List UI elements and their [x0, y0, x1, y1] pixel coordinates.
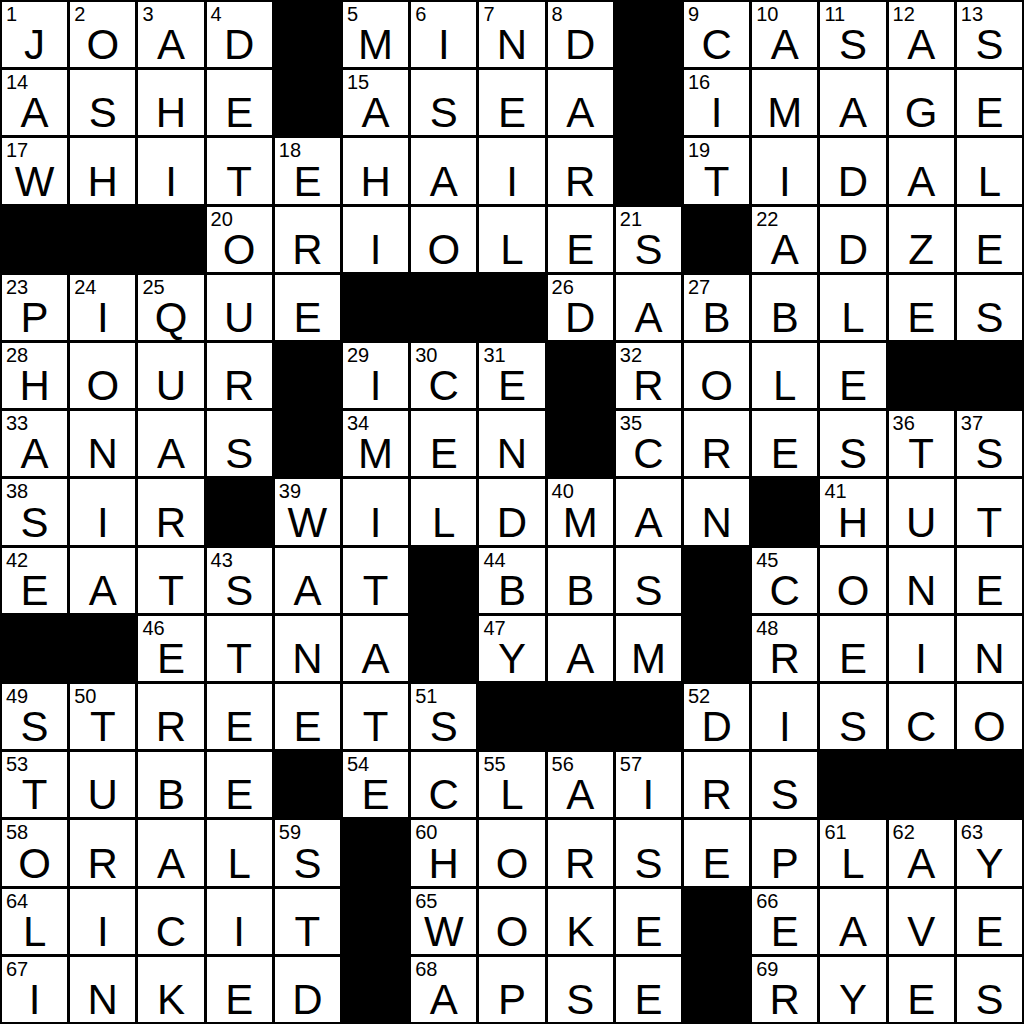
letter-square-r7c8[interactable]: N: [479, 411, 544, 476]
cell-letter: W: [411, 889, 476, 954]
cell-letter: H: [138, 70, 203, 135]
letter-square-r12c11[interactable]: R: [684, 752, 749, 817]
cell-letter: O: [2, 820, 67, 885]
cell-letter: D: [820, 138, 885, 203]
cell-letter: A: [616, 275, 681, 340]
cell-letter: C: [138, 889, 203, 954]
letter-square-r9c2[interactable]: A: [70, 548, 135, 613]
cell-letter: T: [2, 752, 67, 817]
letter-square-r11c14[interactable]: C: [889, 684, 954, 749]
letter-square-r6c11[interactable]: O: [684, 343, 749, 408]
letter-square-r6c3[interactable]: U: [138, 343, 203, 408]
cell-letter: B: [752, 275, 817, 340]
cell-letter: S: [2, 684, 67, 749]
cell-letter: R: [684, 411, 749, 476]
letter-square-r4c15[interactable]: E: [957, 207, 1022, 272]
cell-letter: P: [752, 820, 817, 885]
letter-square-r14c10[interactable]: E: [616, 889, 681, 954]
letter-square-r13c9[interactable]: R: [548, 820, 613, 885]
letter-square-r2c8[interactable]: E: [479, 70, 544, 135]
letter-square-r3c8[interactable]: I: [479, 138, 544, 203]
cell-letter: H: [820, 479, 885, 544]
cell-letter: E: [957, 70, 1022, 135]
letter-square-r6c2[interactable]: O: [70, 343, 135, 408]
letter-square-r5c15[interactable]: S: [957, 275, 1022, 340]
letter-square-r2c14[interactable]: G: [889, 70, 954, 135]
cell-letter: B: [479, 548, 544, 613]
cell-letter: S: [957, 411, 1022, 476]
letter-square-r10c8[interactable]: 47Y: [479, 616, 544, 681]
cell-letter: I: [343, 343, 408, 408]
letter-square-r6c12[interactable]: L: [752, 343, 817, 408]
cell-letter: Y: [957, 820, 1022, 885]
letter-square-r9c4[interactable]: 43S: [207, 548, 272, 613]
letter-square-r1c12[interactable]: 10A: [752, 2, 817, 67]
letter-square-r14c3[interactable]: C: [138, 889, 203, 954]
cell-letter: E: [889, 275, 954, 340]
letter-square-r5c4[interactable]: U: [207, 275, 272, 340]
letter-square-r14c9[interactable]: K: [548, 889, 613, 954]
cell-letter: D: [275, 957, 340, 1022]
cell-letter: E: [275, 275, 340, 340]
cell-letter: H: [411, 820, 476, 885]
letter-square-r15c8[interactable]: P: [479, 957, 544, 1022]
cell-letter: A: [616, 479, 681, 544]
letter-square-r9c10[interactable]: S: [616, 548, 681, 613]
cell-letter: I: [2, 957, 67, 1022]
letter-square-r1c8[interactable]: 7N: [479, 2, 544, 67]
letter-square-r11c6[interactable]: T: [343, 684, 408, 749]
cell-letter: I: [343, 207, 408, 272]
cell-letter: N: [70, 957, 135, 1022]
letter-square-r2c11[interactable]: 16I: [684, 70, 749, 135]
letter-square-r3c14[interactable]: A: [889, 138, 954, 203]
letter-square-r13c7[interactable]: 60H: [411, 820, 476, 885]
cell-letter: A: [343, 616, 408, 681]
cell-letter: L: [479, 207, 544, 272]
letter-square-r15c10[interactable]: E: [616, 957, 681, 1022]
letter-square-r9c1[interactable]: 42E: [2, 548, 67, 613]
letter-square-r8c7[interactable]: L: [411, 479, 476, 544]
cell-letter: B: [684, 275, 749, 340]
black-square: [684, 207, 749, 272]
letter-square-r4c14[interactable]: Z: [889, 207, 954, 272]
letter-square-r10c4[interactable]: T: [207, 616, 272, 681]
letter-square-r8c2[interactable]: I: [70, 479, 135, 544]
letter-square-r3c7[interactable]: A: [411, 138, 476, 203]
cell-letter: D: [684, 684, 749, 749]
letter-square-r8c9[interactable]: 40M: [548, 479, 613, 544]
black-square: [548, 343, 613, 408]
black-square: [616, 684, 681, 749]
letter-square-r13c4[interactable]: L: [207, 820, 272, 885]
cell-letter: E: [275, 684, 340, 749]
letter-square-r11c15[interactable]: O: [957, 684, 1022, 749]
letter-square-r11c7[interactable]: 51S: [411, 684, 476, 749]
cell-letter: C: [411, 752, 476, 817]
cell-letter: R: [752, 957, 817, 1022]
letter-square-r15c5[interactable]: D: [275, 957, 340, 1022]
letter-square-r15c13[interactable]: Y: [820, 957, 885, 1022]
cell-letter: D: [548, 2, 613, 67]
black-square: [479, 275, 544, 340]
letter-square-r4c9[interactable]: E: [548, 207, 613, 272]
cell-letter: A: [2, 70, 67, 135]
letter-square-r4c8[interactable]: L: [479, 207, 544, 272]
letter-square-r12c1[interactable]: 53T: [2, 752, 67, 817]
letter-square-r9c5[interactable]: A: [275, 548, 340, 613]
letter-square-r4c5[interactable]: R: [275, 207, 340, 272]
letter-square-r5c5[interactable]: E: [275, 275, 340, 340]
letter-square-r2c13[interactable]: A: [820, 70, 885, 135]
letter-square-r2c15[interactable]: E: [957, 70, 1022, 135]
cell-letter: I: [207, 889, 272, 954]
cell-letter: N: [957, 616, 1022, 681]
letter-square-r12c12[interactable]: S: [752, 752, 817, 817]
letter-square-r10c13[interactable]: E: [820, 616, 885, 681]
letter-square-r3c4[interactable]: T: [207, 138, 272, 203]
letter-square-r6c1[interactable]: 28H: [2, 343, 67, 408]
letter-square-r3c5[interactable]: 18E: [275, 138, 340, 203]
letter-square-r10c12[interactable]: 48R: [752, 616, 817, 681]
cell-letter: J: [2, 2, 67, 67]
cell-letter: O: [957, 684, 1022, 749]
letter-square-r7c12[interactable]: E: [752, 411, 817, 476]
cell-letter: H: [343, 138, 408, 203]
letter-square-r1c13[interactable]: 11S: [820, 2, 885, 67]
black-square: [752, 479, 817, 544]
cell-letter: N: [479, 411, 544, 476]
cell-letter: I: [70, 479, 135, 544]
cell-letter: B: [548, 548, 613, 613]
cell-letter: I: [684, 70, 749, 135]
cell-letter: R: [752, 616, 817, 681]
cell-letter: O: [820, 548, 885, 613]
letter-square-r15c14[interactable]: E: [889, 957, 954, 1022]
cell-letter: O: [411, 207, 476, 272]
letter-square-r13c10[interactable]: S: [616, 820, 681, 885]
cell-letter: S: [411, 684, 476, 749]
letter-square-r12c3[interactable]: B: [138, 752, 203, 817]
cell-letter: E: [616, 889, 681, 954]
letter-square-r3c6[interactable]: H: [343, 138, 408, 203]
letter-square-r14c14[interactable]: V: [889, 889, 954, 954]
letter-square-r12c10[interactable]: 57I: [616, 752, 681, 817]
letter-square-r7c6[interactable]: 34M: [343, 411, 408, 476]
letter-square-r9c8[interactable]: 44B: [479, 548, 544, 613]
letter-square-r9c3[interactable]: T: [138, 548, 203, 613]
cell-letter: W: [2, 138, 67, 203]
black-square: [275, 2, 340, 67]
cell-letter: I: [411, 2, 476, 67]
letter-square-r2c6[interactable]: 15A: [343, 70, 408, 135]
letter-square-r11c11[interactable]: 52D: [684, 684, 749, 749]
letter-square-r13c8[interactable]: O: [479, 820, 544, 885]
letter-square-r5c11[interactable]: 27B: [684, 275, 749, 340]
cell-letter: E: [207, 70, 272, 135]
cell-letter: R: [138, 479, 203, 544]
letter-square-r6c6[interactable]: 29I: [343, 343, 408, 408]
cell-letter: I: [70, 889, 135, 954]
letter-square-r13c2[interactable]: R: [70, 820, 135, 885]
letter-square-r4c6[interactable]: I: [343, 207, 408, 272]
letter-square-r8c11[interactable]: N: [684, 479, 749, 544]
letter-square-r1c6[interactable]: 5M: [343, 2, 408, 67]
letter-square-r15c1[interactable]: 67I: [2, 957, 67, 1022]
cell-letter: C: [684, 2, 749, 67]
letter-square-r1c15[interactable]: 13S: [957, 2, 1022, 67]
letter-square-r10c15[interactable]: N: [957, 616, 1022, 681]
cell-letter: T: [343, 684, 408, 749]
cell-letter: S: [957, 2, 1022, 67]
letter-square-r5c13[interactable]: L: [820, 275, 885, 340]
letter-square-r3c15[interactable]: L: [957, 138, 1022, 203]
letter-square-r11c2[interactable]: 50T: [70, 684, 135, 749]
letter-square-r7c2[interactable]: N: [70, 411, 135, 476]
letter-square-r1c3[interactable]: 3A: [138, 2, 203, 67]
letter-square-r8c3[interactable]: R: [138, 479, 203, 544]
letter-square-r12c7[interactable]: C: [411, 752, 476, 817]
letter-square-r6c10[interactable]: 32R: [616, 343, 681, 408]
letter-square-r8c14[interactable]: U: [889, 479, 954, 544]
letter-square-r12c8[interactable]: 55L: [479, 752, 544, 817]
cell-letter: U: [138, 343, 203, 408]
letter-square-r13c12[interactable]: P: [752, 820, 817, 885]
cell-letter: D: [207, 2, 272, 67]
letter-square-r10c6[interactable]: A: [343, 616, 408, 681]
letter-square-r15c12[interactable]: 69R: [752, 957, 817, 1022]
cell-letter: T: [275, 889, 340, 954]
cell-letter: S: [957, 275, 1022, 340]
letter-square-r1c4[interactable]: 4D: [207, 2, 272, 67]
letter-square-r2c1[interactable]: 14A: [2, 70, 67, 135]
letter-square-r7c11[interactable]: R: [684, 411, 749, 476]
letter-square-r3c13[interactable]: D: [820, 138, 885, 203]
letter-square-r3c9[interactable]: R: [548, 138, 613, 203]
letter-square-r15c2[interactable]: N: [70, 957, 135, 1022]
black-square: [479, 684, 544, 749]
cell-letter: E: [752, 411, 817, 476]
letter-square-r1c14[interactable]: 12A: [889, 2, 954, 67]
letter-square-r7c1[interactable]: 33A: [2, 411, 67, 476]
black-square: [684, 616, 749, 681]
cell-letter: S: [70, 70, 135, 135]
letter-square-r15c4[interactable]: E: [207, 957, 272, 1022]
cell-letter: A: [275, 548, 340, 613]
letter-square-r2c2[interactable]: S: [70, 70, 135, 135]
cell-letter: L: [752, 343, 817, 408]
letter-square-r15c9[interactable]: S: [548, 957, 613, 1022]
letter-square-r2c12[interactable]: M: [752, 70, 817, 135]
cell-letter: V: [889, 889, 954, 954]
letter-square-r14c5[interactable]: T: [275, 889, 340, 954]
letter-square-r8c15[interactable]: T: [957, 479, 1022, 544]
letter-square-r3c3[interactable]: I: [138, 138, 203, 203]
letter-square-r8c10[interactable]: A: [616, 479, 681, 544]
letter-square-r14c13[interactable]: A: [820, 889, 885, 954]
letter-square-r7c4[interactable]: S: [207, 411, 272, 476]
letter-square-r12c2[interactable]: U: [70, 752, 135, 817]
cell-letter: S: [411, 70, 476, 135]
black-square: [548, 684, 613, 749]
letter-square-r13c15[interactable]: 63Y: [957, 820, 1022, 885]
letter-square-r5c2[interactable]: 24I: [70, 275, 135, 340]
letter-square-r7c15[interactable]: 37S: [957, 411, 1022, 476]
letter-square-r14c8[interactable]: O: [479, 889, 544, 954]
letter-square-r7c3[interactable]: A: [138, 411, 203, 476]
letter-square-r14c4[interactable]: I: [207, 889, 272, 954]
letter-square-r6c13[interactable]: E: [820, 343, 885, 408]
letter-square-r1c9[interactable]: 8D: [548, 2, 613, 67]
letter-square-r6c4[interactable]: R: [207, 343, 272, 408]
letter-square-r5c9[interactable]: 26D: [548, 275, 613, 340]
letter-square-r10c14[interactable]: I: [889, 616, 954, 681]
cell-letter: P: [2, 275, 67, 340]
cell-letter: I: [752, 684, 817, 749]
letter-square-r15c3[interactable]: K: [138, 957, 203, 1022]
cell-letter: R: [548, 138, 613, 203]
black-square: [2, 616, 67, 681]
letter-square-r10c3[interactable]: 46E: [138, 616, 203, 681]
black-square: [889, 752, 954, 817]
cell-letter: R: [275, 207, 340, 272]
black-square: [616, 70, 681, 135]
letter-square-r8c13[interactable]: 41H: [820, 479, 885, 544]
letter-square-r5c12[interactable]: B: [752, 275, 817, 340]
letter-square-r7c13[interactable]: S: [820, 411, 885, 476]
letter-square-r4c4[interactable]: 20O: [207, 207, 272, 272]
letter-square-r14c1[interactable]: 64L: [2, 889, 67, 954]
letter-square-r3c2[interactable]: H: [70, 138, 135, 203]
cell-letter: D: [820, 207, 885, 272]
letter-square-r5c1[interactable]: 23P: [2, 275, 67, 340]
letter-square-r10c5[interactable]: N: [275, 616, 340, 681]
letter-square-r2c9[interactable]: A: [548, 70, 613, 135]
cell-letter: E: [138, 616, 203, 681]
letter-square-r7c7[interactable]: E: [411, 411, 476, 476]
cell-letter: A: [889, 820, 954, 885]
letter-square-r8c1[interactable]: 38S: [2, 479, 67, 544]
letter-square-r2c3[interactable]: H: [138, 70, 203, 135]
letter-square-r9c14[interactable]: N: [889, 548, 954, 613]
letter-square-r15c15[interactable]: S: [957, 957, 1022, 1022]
letter-square-r11c1[interactable]: 49S: [2, 684, 67, 749]
letter-square-r7c10[interactable]: 35C: [616, 411, 681, 476]
letter-square-r8c5[interactable]: 39W: [275, 479, 340, 544]
cell-letter: Q: [138, 275, 203, 340]
cell-letter: E: [343, 752, 408, 817]
black-square: [343, 820, 408, 885]
cell-letter: A: [343, 70, 408, 135]
letter-square-r13c3[interactable]: A: [138, 820, 203, 885]
letter-square-r7c14[interactable]: 36T: [889, 411, 954, 476]
letter-square-r11c12[interactable]: I: [752, 684, 817, 749]
letter-square-r10c9[interactable]: A: [548, 616, 613, 681]
letter-square-r3c1[interactable]: 17W: [2, 138, 67, 203]
letter-square-r11c3[interactable]: R: [138, 684, 203, 749]
cell-letter: K: [548, 889, 613, 954]
letter-square-r9c6[interactable]: T: [343, 548, 408, 613]
letter-square-r5c10[interactable]: A: [616, 275, 681, 340]
letter-square-r13c5[interactable]: 59S: [275, 820, 340, 885]
letter-square-r5c3[interactable]: 25Q: [138, 275, 203, 340]
cell-letter: S: [820, 2, 885, 67]
cell-letter: R: [548, 820, 613, 885]
letter-square-r15c7[interactable]: 68A: [411, 957, 476, 1022]
letter-square-r1c7[interactable]: 6I: [411, 2, 476, 67]
cell-letter: L: [820, 820, 885, 885]
letter-square-r14c15[interactable]: E: [957, 889, 1022, 954]
letter-square-r12c9[interactable]: 56A: [548, 752, 613, 817]
black-square: [957, 752, 1022, 817]
letter-square-r1c1[interactable]: 1J: [2, 2, 67, 67]
letter-square-r4c13[interactable]: D: [820, 207, 885, 272]
cell-letter: N: [275, 616, 340, 681]
letter-square-r2c4[interactable]: E: [207, 70, 272, 135]
black-square: [343, 889, 408, 954]
letter-square-r13c11[interactable]: E: [684, 820, 749, 885]
cell-letter: E: [957, 548, 1022, 613]
letter-square-r14c2[interactable]: I: [70, 889, 135, 954]
letter-square-r14c7[interactable]: 65W: [411, 889, 476, 954]
letter-square-r6c7[interactable]: 30C: [411, 343, 476, 408]
letter-square-r9c9[interactable]: B: [548, 548, 613, 613]
letter-square-r4c12[interactable]: 22A: [752, 207, 817, 272]
letter-square-r12c6[interactable]: 54E: [343, 752, 408, 817]
letter-square-r1c11[interactable]: 9C: [684, 2, 749, 67]
cell-letter: A: [411, 957, 476, 1022]
letter-square-r10c10[interactable]: M: [616, 616, 681, 681]
letter-square-r12c4[interactable]: E: [207, 752, 272, 817]
letter-square-r4c10[interactable]: 21S: [616, 207, 681, 272]
letter-square-r14c12[interactable]: 66E: [752, 889, 817, 954]
letter-square-r11c5[interactable]: E: [275, 684, 340, 749]
cell-letter: E: [616, 957, 681, 1022]
black-square: [275, 70, 340, 135]
letter-square-r9c13[interactable]: O: [820, 548, 885, 613]
letter-square-r9c15[interactable]: E: [957, 548, 1022, 613]
letter-square-r4c7[interactable]: O: [411, 207, 476, 272]
cell-letter: A: [138, 2, 203, 67]
letter-square-r8c8[interactable]: D: [479, 479, 544, 544]
letter-square-r3c12[interactable]: I: [752, 138, 817, 203]
cell-letter: L: [957, 138, 1022, 203]
cell-letter: Y: [820, 957, 885, 1022]
cell-letter: P: [479, 957, 544, 1022]
cell-letter: R: [207, 343, 272, 408]
black-square: [207, 479, 272, 544]
letter-square-r13c1[interactable]: 58O: [2, 820, 67, 885]
cell-letter: N: [70, 411, 135, 476]
letter-square-r1c2[interactable]: 2O: [70, 2, 135, 67]
letter-square-r2c7[interactable]: S: [411, 70, 476, 135]
cell-letter: T: [957, 479, 1022, 544]
letter-square-r13c13[interactable]: 61L: [820, 820, 885, 885]
letter-square-r11c13[interactable]: S: [820, 684, 885, 749]
letter-square-r5c14[interactable]: E: [889, 275, 954, 340]
cell-letter: S: [752, 752, 817, 817]
black-square: [275, 411, 340, 476]
letter-square-r3c11[interactable]: 19T: [684, 138, 749, 203]
cell-letter: E: [411, 411, 476, 476]
letter-square-r13c14[interactable]: 62A: [889, 820, 954, 885]
cell-letter: T: [343, 548, 408, 613]
letter-square-r9c12[interactable]: 45C: [752, 548, 817, 613]
letter-square-r11c4[interactable]: E: [207, 684, 272, 749]
cell-letter: E: [957, 889, 1022, 954]
letter-square-r8c6[interactable]: I: [343, 479, 408, 544]
letter-square-r6c8[interactable]: 31E: [479, 343, 544, 408]
